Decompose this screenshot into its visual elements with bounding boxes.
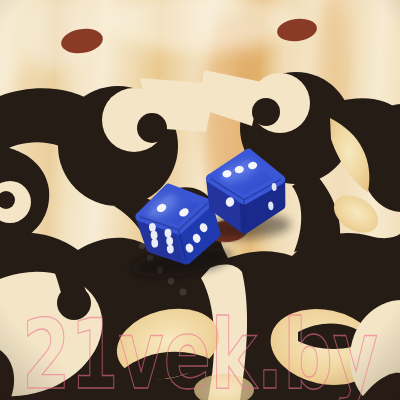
board-photo-svg: 21vek.by [0,0,400,400]
watermark-text: 21vek.by [22,299,378,400]
board-photo: 21vek.by [0,0,400,400]
